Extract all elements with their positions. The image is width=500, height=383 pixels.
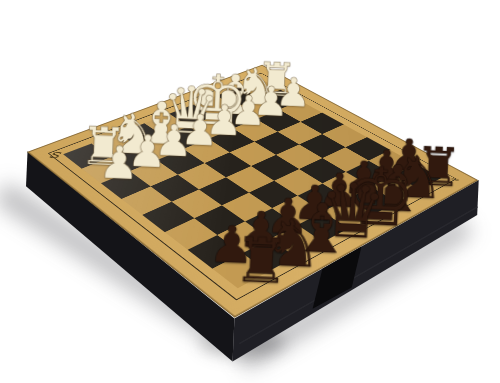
black-rook: ♜ xyxy=(413,139,449,193)
chess-board: S ≈ ♜♞♝♛♚♝♞♜♟♟♟♟♟♟♟♟♟♟♟♟♟♟♟♟♜♞♝♛♚♝♞♜ xyxy=(27,64,478,317)
square-f8: ♝ xyxy=(347,186,397,214)
square-d6 xyxy=(248,180,297,208)
square-e4 xyxy=(229,141,275,165)
square-h8: ♜ xyxy=(394,163,442,189)
maker-signature: ≈ xyxy=(449,175,460,183)
maker-logo: S xyxy=(47,150,62,160)
chess-set-photo: S ≈ ♜♞♝♛♚♝♞♜♟♟♟♟♟♟♟♟♟♟♟♟♟♟♟♟♜♞♝♛♚♝♞♜ xyxy=(0,0,500,383)
board-grid: ♜♞♝♛♚♝♞♜♟♟♟♟♟♟♟♟♟♟♟♟♟♟♟♟♜♞♝♛♚♝♞♜ xyxy=(63,78,441,287)
